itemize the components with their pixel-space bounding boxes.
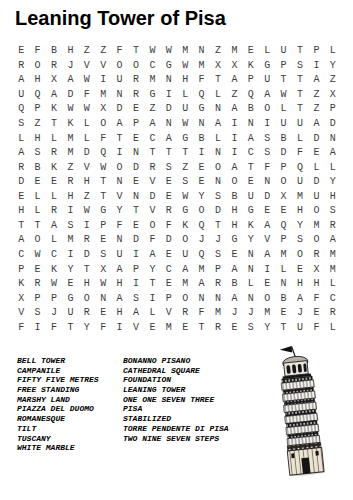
- grid-cell[interactable]: S: [210, 190, 226, 205]
- grid-cell[interactable]: D: [111, 102, 127, 117]
- grid-cell[interactable]: I: [226, 146, 242, 161]
- grid-cell[interactable]: C: [46, 248, 62, 263]
- grid-cell[interactable]: N: [111, 175, 127, 190]
- grid-cell[interactable]: Y: [193, 190, 209, 205]
- grid-cell[interactable]: A: [13, 233, 29, 248]
- grid-cell[interactable]: Q: [292, 160, 308, 175]
- grid-cell[interactable]: A: [46, 219, 62, 234]
- grid-cell[interactable]: R: [46, 146, 62, 161]
- grid-cell[interactable]: G: [144, 88, 160, 103]
- grid-cell[interactable]: R: [128, 73, 144, 88]
- grid-cell[interactable]: E: [243, 44, 259, 59]
- grid-cell[interactable]: Q: [193, 248, 209, 263]
- grid-cell[interactable]: T: [62, 320, 78, 335]
- grid-cell[interactable]: G: [259, 59, 275, 74]
- grid-cell[interactable]: R: [325, 306, 341, 321]
- grid-cell[interactable]: N: [210, 102, 226, 117]
- grid-cell[interactable]: L: [210, 131, 226, 146]
- grid-cell[interactable]: L: [46, 131, 62, 146]
- grid-cell[interactable]: L: [275, 102, 291, 117]
- grid-cell[interactable]: L: [325, 44, 341, 59]
- word-list-item[interactable]: WHITE MARBLE: [17, 443, 122, 453]
- word-list-item[interactable]: CATHEDRAL SQUARE: [123, 366, 273, 376]
- grid-cell[interactable]: O: [259, 102, 275, 117]
- grid-cell[interactable]: K: [62, 117, 78, 132]
- grid-cell[interactable]: X: [275, 190, 291, 205]
- grid-cell[interactable]: R: [29, 277, 45, 292]
- grid-cell[interactable]: O: [210, 160, 226, 175]
- grid-cell[interactable]: M: [210, 306, 226, 321]
- grid-cell[interactable]: A: [111, 262, 127, 277]
- grid-cell[interactable]: U: [259, 73, 275, 88]
- grid-cell[interactable]: F: [29, 44, 45, 59]
- grid-cell[interactable]: O: [177, 233, 193, 248]
- grid-cell[interactable]: R: [308, 248, 324, 263]
- grid-cell[interactable]: U: [292, 117, 308, 132]
- grid-cell[interactable]: W: [79, 204, 95, 219]
- grid-cell[interactable]: A: [144, 248, 160, 263]
- grid-cell[interactable]: B: [29, 160, 45, 175]
- grid-cell[interactable]: P: [128, 117, 144, 132]
- grid-cell[interactable]: E: [29, 262, 45, 277]
- grid-cell[interactable]: S: [13, 117, 29, 132]
- grid-cell[interactable]: D: [128, 160, 144, 175]
- grid-cell[interactable]: E: [243, 175, 259, 190]
- grid-cell[interactable]: W: [46, 277, 62, 292]
- word-list-item[interactable]: MARSHY LAND: [17, 395, 122, 405]
- grid-cell[interactable]: F: [308, 320, 324, 335]
- grid-cell[interactable]: M: [308, 219, 324, 234]
- grid-cell[interactable]: P: [275, 160, 291, 175]
- grid-cell[interactable]: T: [292, 73, 308, 88]
- grid-cell[interactable]: D: [308, 175, 324, 190]
- grid-cell[interactable]: B: [226, 277, 242, 292]
- grid-cell[interactable]: R: [161, 204, 177, 219]
- grid-cell[interactable]: E: [46, 175, 62, 190]
- grid-cell[interactable]: R: [13, 59, 29, 74]
- grid-cell[interactable]: O: [79, 291, 95, 306]
- grid-cell[interactable]: E: [95, 306, 111, 321]
- grid-cell[interactable]: A: [243, 131, 259, 146]
- grid-cell[interactable]: P: [13, 262, 29, 277]
- grid-cell[interactable]: D: [325, 117, 341, 132]
- grid-cell[interactable]: F: [193, 306, 209, 321]
- word-list-item[interactable]: ONE ONE SEVEN THREE: [123, 395, 273, 405]
- grid-cell[interactable]: D: [275, 146, 291, 161]
- grid-cell[interactable]: U: [111, 248, 127, 263]
- grid-cell[interactable]: F: [95, 131, 111, 146]
- grid-cell[interactable]: E: [226, 320, 242, 335]
- grid-cell[interactable]: D: [161, 233, 177, 248]
- grid-cell[interactable]: U: [292, 320, 308, 335]
- grid-cell[interactable]: J: [193, 233, 209, 248]
- grid-cell[interactable]: O: [144, 219, 160, 234]
- grid-cell[interactable]: R: [210, 277, 226, 292]
- grid-cell[interactable]: E: [161, 248, 177, 263]
- grid-cell[interactable]: T: [210, 219, 226, 234]
- grid-cell[interactable]: S: [292, 233, 308, 248]
- grid-cell[interactable]: K: [243, 219, 259, 234]
- grid-cell[interactable]: N: [325, 131, 341, 146]
- grid-cell[interactable]: R: [79, 233, 95, 248]
- grid-cell[interactable]: S: [95, 248, 111, 263]
- grid-cell[interactable]: X: [226, 59, 242, 74]
- grid-cell[interactable]: B: [275, 291, 291, 306]
- grid-cell[interactable]: H: [62, 190, 78, 205]
- grid-cell[interactable]: P: [29, 102, 45, 117]
- grid-cell[interactable]: I: [308, 59, 324, 74]
- grid-cell[interactable]: T: [210, 73, 226, 88]
- grid-cell[interactable]: D: [161, 102, 177, 117]
- grid-cell[interactable]: U: [275, 44, 291, 59]
- grid-cell[interactable]: A: [161, 131, 177, 146]
- word-list-item[interactable]: FOUNDATION: [123, 375, 273, 385]
- grid-cell[interactable]: P: [275, 233, 291, 248]
- grid-cell[interactable]: F: [292, 146, 308, 161]
- grid-cell[interactable]: H: [111, 277, 127, 292]
- grid-cell[interactable]: G: [226, 233, 242, 248]
- grid-cell[interactable]: E: [161, 175, 177, 190]
- grid-cell[interactable]: N: [243, 291, 259, 306]
- grid-cell[interactable]: N: [193, 44, 209, 59]
- grid-cell[interactable]: I: [161, 88, 177, 103]
- grid-cell[interactable]: J: [46, 306, 62, 321]
- grid-cell[interactable]: I: [259, 262, 275, 277]
- grid-cell[interactable]: M: [144, 73, 160, 88]
- grid-cell[interactable]: E: [292, 262, 308, 277]
- grid-cell[interactable]: A: [259, 219, 275, 234]
- grid-cell[interactable]: V: [128, 320, 144, 335]
- grid-cell[interactable]: H: [226, 219, 242, 234]
- grid-cell[interactable]: N: [193, 291, 209, 306]
- grid-cell[interactable]: E: [161, 277, 177, 292]
- grid-cell[interactable]: B: [275, 131, 291, 146]
- grid-cell[interactable]: A: [259, 248, 275, 263]
- grid-cell[interactable]: X: [95, 262, 111, 277]
- grid-cell[interactable]: T: [161, 146, 177, 161]
- grid-cell[interactable]: F: [259, 160, 275, 175]
- word-list-item[interactable]: TWO NINE SEVEN STEPS: [123, 434, 273, 444]
- grid-cell[interactable]: L: [144, 306, 160, 321]
- grid-cell[interactable]: M: [95, 88, 111, 103]
- grid-cell[interactable]: X: [46, 73, 62, 88]
- grid-cell[interactable]: N: [128, 146, 144, 161]
- grid-cell[interactable]: A: [259, 88, 275, 103]
- grid-cell[interactable]: C: [13, 248, 29, 263]
- grid-cell[interactable]: U: [177, 102, 193, 117]
- grid-cell[interactable]: I: [111, 320, 127, 335]
- grid-cell[interactable]: M: [62, 233, 78, 248]
- grid-cell[interactable]: W: [79, 102, 95, 117]
- grid-cell[interactable]: N: [243, 248, 259, 263]
- word-list-item[interactable]: FIFTY FIVE METRES: [17, 375, 122, 385]
- grid-cell[interactable]: E: [128, 102, 144, 117]
- grid-cell[interactable]: R: [79, 306, 95, 321]
- word-list-item[interactable]: TORRE PENDENTE DI PISA: [123, 424, 273, 434]
- word-list-item[interactable]: ROMANESQUE: [17, 414, 122, 424]
- grid-cell[interactable]: P: [128, 262, 144, 277]
- grid-cell[interactable]: M: [193, 262, 209, 277]
- grid-cell[interactable]: C: [325, 291, 341, 306]
- grid-cell[interactable]: A: [226, 291, 242, 306]
- grid-cell[interactable]: S: [29, 306, 45, 321]
- grid-cell[interactable]: A: [325, 233, 341, 248]
- grid-cell[interactable]: H: [325, 190, 341, 205]
- grid-cell[interactable]: U: [292, 175, 308, 190]
- grid-cell[interactable]: D: [308, 131, 324, 146]
- grid-cell[interactable]: R: [62, 175, 78, 190]
- grid-cell[interactable]: D: [62, 88, 78, 103]
- grid-cell[interactable]: P: [275, 59, 291, 74]
- grid-cell[interactable]: V: [161, 306, 177, 321]
- grid-cell[interactable]: O: [29, 59, 45, 74]
- grid-cell[interactable]: Q: [13, 102, 29, 117]
- grid-cell[interactable]: E: [308, 306, 324, 321]
- grid-cell[interactable]: D: [128, 233, 144, 248]
- grid-cell[interactable]: R: [144, 160, 160, 175]
- grid-cell[interactable]: M: [177, 277, 193, 292]
- grid-cell[interactable]: A: [111, 291, 127, 306]
- grid-cell[interactable]: I: [259, 117, 275, 132]
- grid-cell[interactable]: L: [46, 233, 62, 248]
- grid-cell[interactable]: I: [62, 248, 78, 263]
- grid-cell[interactable]: S: [259, 131, 275, 146]
- grid-cell[interactable]: V: [79, 59, 95, 74]
- grid-cell[interactable]: S: [243, 320, 259, 335]
- grid-cell[interactable]: L: [275, 262, 291, 277]
- grid-cell[interactable]: N: [95, 291, 111, 306]
- grid-cell[interactable]: W: [177, 59, 193, 74]
- grid-cell[interactable]: C: [144, 131, 160, 146]
- word-list-item[interactable]: CAMPANILE: [17, 366, 122, 376]
- grid-cell[interactable]: L: [29, 204, 45, 219]
- grid-cell[interactable]: W: [62, 102, 78, 117]
- grid-cell[interactable]: T: [13, 219, 29, 234]
- grid-cell[interactable]: Z: [308, 102, 324, 117]
- grid-cell[interactable]: L: [259, 44, 275, 59]
- grid-cell[interactable]: U: [243, 190, 259, 205]
- grid-cell[interactable]: J: [243, 306, 259, 321]
- grid-cell[interactable]: Z: [79, 44, 95, 59]
- grid-cell[interactable]: D: [79, 248, 95, 263]
- grid-cell[interactable]: W: [29, 248, 45, 263]
- grid-cell[interactable]: P: [29, 291, 45, 306]
- grid-cell[interactable]: Y: [111, 204, 127, 219]
- grid-cell[interactable]: J: [210, 233, 226, 248]
- grid-cell[interactable]: Z: [325, 73, 341, 88]
- grid-cell[interactable]: S: [325, 204, 341, 219]
- grid-cell[interactable]: F: [161, 219, 177, 234]
- grid-cell[interactable]: O: [193, 204, 209, 219]
- grid-cell[interactable]: H: [308, 277, 324, 292]
- grid-cell[interactable]: G: [161, 59, 177, 74]
- grid-cell[interactable]: R: [13, 160, 29, 175]
- grid-cell[interactable]: Y: [144, 262, 160, 277]
- grid-cell[interactable]: E: [13, 44, 29, 59]
- grid-cell[interactable]: S: [292, 59, 308, 74]
- grid-cell[interactable]: Z: [226, 88, 242, 103]
- grid-cell[interactable]: K: [177, 219, 193, 234]
- grid-cell[interactable]: R: [128, 88, 144, 103]
- grid-cell[interactable]: X: [95, 102, 111, 117]
- grid-cell[interactable]: F: [79, 88, 95, 103]
- grid-cell[interactable]: E: [193, 175, 209, 190]
- word-list-item[interactable]: STABILIZED: [123, 414, 273, 424]
- grid-cell[interactable]: T: [79, 262, 95, 277]
- grid-cell[interactable]: M: [259, 306, 275, 321]
- grid-cell[interactable]: B: [243, 102, 259, 117]
- grid-cell[interactable]: A: [13, 146, 29, 161]
- grid-cell[interactable]: M: [275, 248, 291, 263]
- grid-cell[interactable]: P: [210, 262, 226, 277]
- grid-cell[interactable]: M: [62, 146, 78, 161]
- grid-cell[interactable]: J: [226, 306, 242, 321]
- grid-cell[interactable]: F: [111, 219, 127, 234]
- grid-cell[interactable]: M: [226, 44, 242, 59]
- grid-cell[interactable]: R: [177, 306, 193, 321]
- grid-cell[interactable]: L: [79, 131, 95, 146]
- grid-cell[interactable]: X: [308, 262, 324, 277]
- grid-cell[interactable]: L: [325, 277, 341, 292]
- word-list-item[interactable]: BELL TOWER: [17, 356, 122, 366]
- grid-cell[interactable]: E: [128, 131, 144, 146]
- grid-cell[interactable]: T: [292, 102, 308, 117]
- grid-cell[interactable]: G: [243, 204, 259, 219]
- grid-cell[interactable]: T: [243, 160, 259, 175]
- grid-cell[interactable]: O: [128, 59, 144, 74]
- grid-cell[interactable]: D: [79, 146, 95, 161]
- grid-cell[interactable]: Z: [144, 102, 160, 117]
- grid-cell[interactable]: W: [79, 73, 95, 88]
- grid-cell[interactable]: Q: [275, 219, 291, 234]
- grid-cell[interactable]: I: [95, 73, 111, 88]
- grid-cell[interactable]: F: [95, 320, 111, 335]
- grid-cell[interactable]: R: [210, 320, 226, 335]
- grid-cell[interactable]: X: [13, 291, 29, 306]
- grid-cell[interactable]: L: [292, 131, 308, 146]
- grid-cell[interactable]: A: [226, 73, 242, 88]
- grid-cell[interactable]: N: [210, 175, 226, 190]
- grid-cell[interactable]: Z: [177, 160, 193, 175]
- grid-cell[interactable]: H: [226, 204, 242, 219]
- word-list-item[interactable]: BONANNO PISANO: [123, 356, 273, 366]
- grid-cell[interactable]: R: [325, 219, 341, 234]
- grid-cell[interactable]: G: [177, 204, 193, 219]
- grid-cell[interactable]: T: [144, 146, 160, 161]
- grid-cell[interactable]: O: [111, 59, 127, 74]
- grid-cell[interactable]: K: [243, 59, 259, 74]
- grid-cell[interactable]: N: [161, 117, 177, 132]
- grid-cell[interactable]: Z: [79, 190, 95, 205]
- grid-cell[interactable]: A: [193, 277, 209, 292]
- grid-cell[interactable]: P: [46, 291, 62, 306]
- grid-cell[interactable]: G: [177, 131, 193, 146]
- grid-cell[interactable]: C: [243, 146, 259, 161]
- grid-cell[interactable]: G: [95, 204, 111, 219]
- grid-cell[interactable]: I: [128, 248, 144, 263]
- grid-cell[interactable]: O: [226, 175, 242, 190]
- grid-cell[interactable]: N: [259, 175, 275, 190]
- grid-cell[interactable]: U: [177, 248, 193, 263]
- grid-cell[interactable]: W: [177, 190, 193, 205]
- grid-cell[interactable]: L: [79, 117, 95, 132]
- grid-cell[interactable]: V: [13, 306, 29, 321]
- grid-cell[interactable]: C: [161, 262, 177, 277]
- grid-cell[interactable]: F: [111, 44, 127, 59]
- grid-cell[interactable]: B: [46, 44, 62, 59]
- grid-cell[interactable]: F: [13, 320, 29, 335]
- grid-cell[interactable]: W: [177, 117, 193, 132]
- grid-cell[interactable]: H: [79, 175, 95, 190]
- grid-cell[interactable]: T: [29, 219, 45, 234]
- grid-cell[interactable]: N: [161, 73, 177, 88]
- grid-cell[interactable]: I: [193, 146, 209, 161]
- grid-cell[interactable]: I: [29, 320, 45, 335]
- grid-cell[interactable]: O: [29, 233, 45, 248]
- grid-cell[interactable]: O: [259, 291, 275, 306]
- grid-cell[interactable]: E: [62, 277, 78, 292]
- grid-cell[interactable]: H: [177, 73, 193, 88]
- grid-cell[interactable]: H: [292, 204, 308, 219]
- grid-cell[interactable]: H: [29, 131, 45, 146]
- grid-cell[interactable]: L: [13, 131, 29, 146]
- grid-cell[interactable]: K: [46, 102, 62, 117]
- grid-cell[interactable]: P: [95, 219, 111, 234]
- grid-cell[interactable]: E: [259, 277, 275, 292]
- grid-cell[interactable]: J: [62, 59, 78, 74]
- grid-cell[interactable]: H: [62, 44, 78, 59]
- grid-cell[interactable]: T: [95, 175, 111, 190]
- grid-cell[interactable]: G: [62, 291, 78, 306]
- grid-cell[interactable]: N: [243, 262, 259, 277]
- grid-cell[interactable]: I: [226, 131, 242, 146]
- grid-cell[interactable]: W: [95, 160, 111, 175]
- grid-cell[interactable]: E: [275, 306, 291, 321]
- grid-cell[interactable]: I: [111, 146, 127, 161]
- grid-cell[interactable]: E: [128, 175, 144, 190]
- grid-cell[interactable]: T: [144, 277, 160, 292]
- grid-cell[interactable]: I: [62, 204, 78, 219]
- grid-cell[interactable]: E: [144, 320, 160, 335]
- grid-cell[interactable]: N: [210, 146, 226, 161]
- grid-cell[interactable]: E: [177, 320, 193, 335]
- grid-cell[interactable]: S: [259, 146, 275, 161]
- grid-cell[interactable]: L: [177, 88, 193, 103]
- grid-cell[interactable]: J: [292, 306, 308, 321]
- grid-cell[interactable]: A: [308, 73, 324, 88]
- grid-cell[interactable]: K: [46, 160, 62, 175]
- grid-cell[interactable]: V: [259, 233, 275, 248]
- grid-cell[interactable]: Y: [259, 320, 275, 335]
- grid-cell[interactable]: V: [95, 59, 111, 74]
- grid-cell[interactable]: N: [128, 190, 144, 205]
- grid-cell[interactable]: S: [161, 160, 177, 175]
- grid-cell[interactable]: A: [226, 102, 242, 117]
- grid-cell[interactable]: M: [161, 320, 177, 335]
- grid-cell[interactable]: S: [62, 219, 78, 234]
- grid-cell[interactable]: Y: [292, 219, 308, 234]
- grid-cell[interactable]: Z: [95, 44, 111, 59]
- grid-cell[interactable]: V: [111, 190, 127, 205]
- grid-cell[interactable]: A: [46, 88, 62, 103]
- grid-cell[interactable]: S: [210, 248, 226, 263]
- grid-cell[interactable]: Q: [29, 88, 45, 103]
- grid-cell[interactable]: A: [308, 117, 324, 132]
- grid-cell[interactable]: M: [292, 190, 308, 205]
- grid-cell[interactable]: W: [144, 44, 160, 59]
- grid-cell[interactable]: L: [308, 160, 324, 175]
- grid-cell[interactable]: Q: [243, 88, 259, 103]
